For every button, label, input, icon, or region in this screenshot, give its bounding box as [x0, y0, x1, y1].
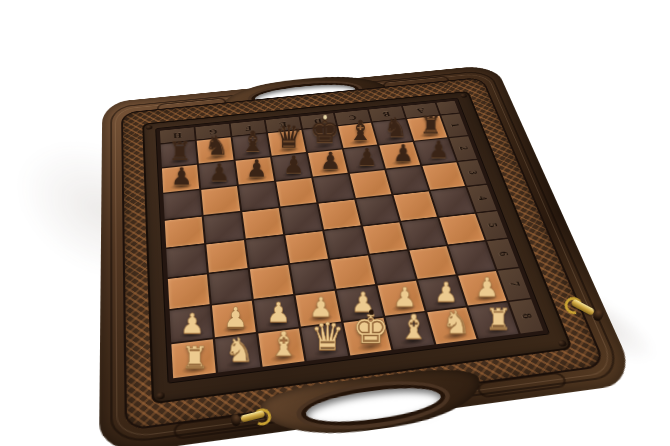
square-b4[interactable] — [394, 191, 437, 220]
square-d3[interactable] — [313, 174, 354, 202]
piece-light-queen-e8[interactable]: ♛ — [310, 317, 344, 355]
piece-dark-bishop-c1[interactable]: ♝ — [347, 117, 372, 145]
square-g8[interactable]: ♞ — [215, 334, 260, 373]
piece-dark-pawn-c2[interactable]: ♟ — [356, 145, 377, 169]
square-h8[interactable]: ♜ — [171, 339, 215, 378]
piece-light-rook-h8[interactable]: ♜ — [180, 342, 208, 373]
wood-pin — [557, 340, 567, 347]
piece-dark-knight-b1[interactable]: ♞ — [383, 114, 407, 141]
square-h7[interactable]: ♟ — [170, 306, 213, 343]
wood-pin — [146, 125, 153, 130]
piece-light-bishop-f8[interactable]: ♝ — [268, 327, 299, 361]
square-b8[interactable]: ♞ — [427, 307, 476, 344]
square-b2[interactable]: ♟ — [379, 142, 420, 168]
square-c8[interactable]: ♝ — [386, 313, 435, 350]
piece-light-bishop-c8[interactable]: ♝ — [398, 311, 428, 345]
square-a2[interactable]: ♟ — [415, 138, 456, 164]
piece-dark-pawn-a2[interactable]: ♟ — [428, 137, 449, 160]
piece-light-pawn-g7[interactable]: ♟ — [223, 304, 248, 332]
piece-light-pawn-f7[interactable]: ♟ — [266, 299, 291, 327]
piece-light-pawn-a7[interactable]: ♟ — [474, 274, 498, 301]
square-e4[interactable] — [281, 204, 322, 234]
piece-dark-rook-a1[interactable]: ♜ — [419, 112, 441, 137]
wood-pin — [156, 392, 165, 400]
piece-dark-queen-e1[interactable]: ♛ — [274, 120, 302, 152]
product-photo-chess-box: HGFEDCBA♜♞♝♛♚♝♞♜1♟♟♟♟♟♟♟♟23456♟♟♟♟♟♟♟♟7♜… — [0, 0, 670, 446]
square-h6[interactable] — [168, 274, 210, 309]
piece-dark-bishop-f1[interactable]: ♝ — [240, 128, 265, 156]
square-f8[interactable]: ♝ — [258, 328, 304, 366]
piece-light-pawn-h7[interactable]: ♟ — [179, 310, 204, 338]
square-g2[interactable]: ♟ — [199, 161, 237, 189]
piece-dark-pawn-g2[interactable]: ♟ — [208, 161, 230, 185]
piece-dark-king-d1[interactable]: ♚ — [309, 114, 340, 148]
square-h4[interactable] — [165, 217, 204, 248]
square-e8[interactable]: ♛ — [301, 323, 348, 361]
piece-dark-pawn-b2[interactable]: ♟ — [392, 141, 413, 165]
piece-dark-pawn-e2[interactable]: ♟ — [282, 153, 303, 177]
square-c2[interactable]: ♟ — [344, 146, 384, 173]
piece-dark-rook-h1[interactable]: ♜ — [168, 138, 191, 163]
piece-dark-knight-g1[interactable]: ♞ — [204, 133, 228, 160]
square-d8[interactable]: ♚ — [344, 318, 392, 356]
square-a8[interactable]: ♜ — [468, 302, 518, 339]
square-a4[interactable] — [431, 187, 475, 216]
piece-light-king-d8[interactable]: ♚ — [352, 308, 389, 350]
piece-light-pawn-b7[interactable]: ♟ — [433, 279, 457, 306]
piece-light-knight-g8[interactable]: ♞ — [224, 334, 254, 367]
piece-dark-pawn-f2[interactable]: ♟ — [245, 157, 266, 181]
square-d4[interactable] — [319, 200, 361, 230]
piece-light-rook-a8[interactable]: ♜ — [484, 304, 511, 334]
clasp-knob — [230, 413, 242, 427]
piece-dark-pawn-h2[interactable]: ♟ — [170, 165, 192, 189]
piece-light-knight-b8[interactable]: ♞ — [441, 307, 470, 339]
piece-dark-pawn-d2[interactable]: ♟ — [319, 149, 340, 173]
chess-board-box: HGFEDCBA♜♞♝♛♚♝♞♜1♟♟♟♟♟♟♟♟23456♟♟♟♟♟♟♟♟7♜… — [99, 64, 638, 446]
